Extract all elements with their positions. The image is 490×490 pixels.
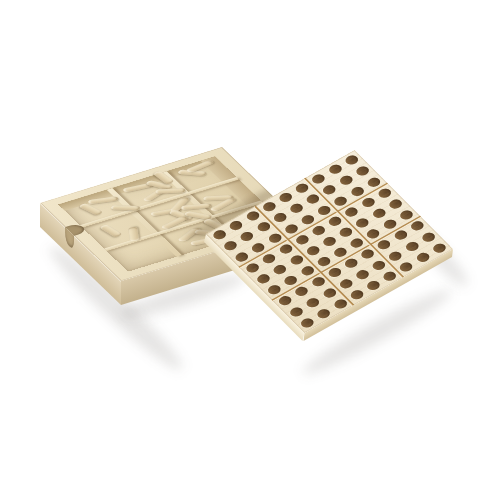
peg-hole-empty: [414, 251, 431, 264]
peg-hole-empty: [381, 270, 398, 283]
peg-hole-empty: [332, 298, 349, 311]
peg-hole-empty: [365, 279, 382, 292]
peg-hole-empty: [315, 307, 332, 320]
peg-hole-empty: [398, 260, 415, 273]
peg-hole-empty: [348, 288, 365, 301]
product-photo-wooden-peg-game: [0, 0, 490, 490]
peg-hole-empty: [431, 242, 448, 255]
wooden-peg: [128, 227, 139, 242]
peg-hole-empty: [299, 316, 316, 329]
